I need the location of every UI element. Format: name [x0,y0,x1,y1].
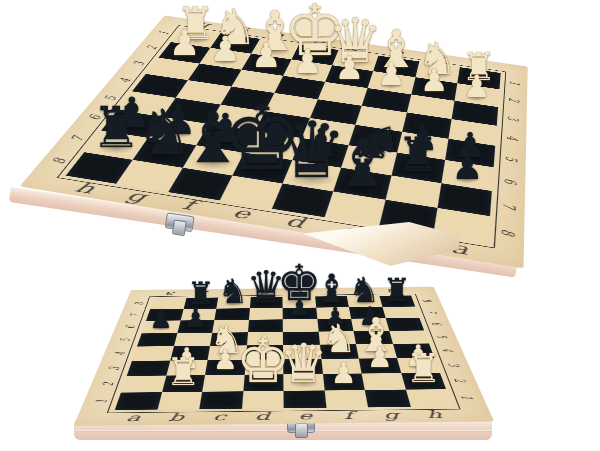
file-label-e: e [298,410,312,420]
file-label-far-f: f [326,289,333,295]
square-g6 [351,318,389,331]
square-h4 [392,343,434,357]
file-label-b: b [168,412,185,423]
square-c3 [205,360,245,376]
square-h8 [379,295,415,306]
square-e5 [283,331,320,345]
rank-label-5: 5 [502,155,518,162]
rank-label-6: 6 [501,178,518,185]
rank-label-6: 6 [429,322,443,325]
square-f6 [317,319,354,332]
rank-label-1: 1 [507,80,521,85]
square-e4 [283,345,321,360]
square-d4 [245,345,283,360]
rank-label-1: 1 [93,399,109,403]
rank-label-8: 8 [498,228,516,236]
rank-label-2: 2 [506,97,520,103]
square-a6 [142,320,181,333]
file-label-far-d: d [261,290,272,296]
rank-label-1: 1 [458,395,474,399]
rank-label-6: 6 [86,115,104,121]
square-f8 [315,296,349,307]
file-label-d: d [254,411,269,422]
square-c8 [216,297,250,308]
rank-label-4: 4 [503,135,518,141]
square-e1 [283,390,325,408]
square-d7 [249,308,283,320]
square-c2 [202,375,244,392]
rank-label-5: 5 [102,95,119,101]
square-e2 [283,374,324,391]
file-label-far-b: b [197,290,209,296]
rank-label-2: 2 [100,382,116,386]
square-f4 [319,344,358,359]
file-label-a: a [125,412,142,423]
rank-label-5: 5 [434,335,448,338]
file-label-far-c: c [393,49,407,58]
square-f2 [322,374,364,391]
rank-label-8: 8 [49,157,69,164]
rank-label-2: 2 [451,379,467,383]
product-photo-stage: hgfedcbahgfedcba1234567812345678 abcdefg… [0,0,600,451]
square-g1 [365,389,411,407]
square-g8 [347,296,382,307]
rank-label-5: 5 [118,338,132,341]
rank-label-7: 7 [128,314,141,317]
file-label-far-c: c [230,290,240,296]
rank-label-2: 2 [144,45,160,50]
rank-label-6: 6 [123,326,136,329]
rank-label-1: 1 [156,31,171,36]
square-e3 [283,359,322,375]
square-b5 [174,333,213,347]
file-label-far-g: g [356,289,368,295]
square-e7 [283,307,317,319]
square-c4 [208,345,247,360]
square-g3 [359,358,401,374]
square-h5 [389,330,429,344]
file-label-c: c [212,411,226,422]
square-a2 [121,376,166,393]
file-label-far-e: e [313,38,329,47]
square-a5 [137,333,177,347]
square-g2 [362,373,406,390]
square-d2 [243,374,284,391]
rank-label-8: 8 [132,302,145,305]
rank-label-4: 4 [117,78,134,84]
file-label-far-d: d [352,43,368,52]
rank-label-3: 3 [505,115,520,121]
square-g4 [356,344,396,359]
file-label-far-h: h [387,288,400,294]
square-b7 [180,308,216,320]
square-d1 [241,391,283,409]
file-label-g: g [382,410,400,420]
bottom-board: abcdefghabcdefgh8765432187654321 [105,167,461,451]
square-d5 [247,332,283,346]
square-h6 [385,318,424,331]
square-f3 [321,358,362,374]
file-label-h: h [71,180,98,196]
square-d8 [249,297,282,308]
square-c7 [214,308,249,320]
square-c1 [199,391,243,409]
square-f1 [324,390,368,408]
file-label-far-a: a [165,291,177,297]
square-h2 [401,373,446,390]
file-label-f: f [343,410,353,420]
rank-label-7: 7 [499,202,516,210]
rank-label-7: 7 [68,135,87,142]
square-d6 [248,319,283,332]
square-e8 [282,296,315,307]
square-a1 [115,392,162,410]
square-b2 [162,375,205,392]
board-squares [115,295,453,410]
rank-label-4: 4 [440,349,455,352]
file-label-far-h: h [196,22,214,31]
square-h7 [382,306,419,318]
square-g7 [349,307,385,319]
file-label-far-a: a [474,60,488,70]
rank-label-3: 3 [445,363,460,367]
file-label-h: h [425,409,444,419]
square-b8 [183,298,218,309]
rank-label-8: 8 [420,299,433,302]
square-b3 [166,360,208,376]
rank-label-3: 3 [106,367,121,371]
square-b1 [157,392,202,410]
square-h1 [405,389,452,407]
square-c5 [210,332,248,346]
square-f7 [316,307,351,319]
square-a8 [150,298,186,309]
square-b4 [170,346,210,361]
square-g5 [353,331,392,345]
file-label-far-g: g [234,27,252,36]
rank-label-3: 3 [131,61,147,66]
square-f5 [318,331,356,345]
square-a7 [146,309,183,321]
square-a4 [132,346,173,361]
file-label-far-f: f [276,33,288,41]
square-b6 [177,320,214,333]
square-c6 [212,320,248,333]
file-label-far-b: b [433,54,448,64]
square-d3 [244,359,283,375]
rank-label-7: 7 [425,311,438,314]
square-a3 [127,360,170,376]
board-plane: abcdefghabcdefgh8765432187654321 [74,287,495,426]
square-e6 [283,319,318,332]
file-label-far-e: e [293,289,304,295]
square-h3 [396,358,439,374]
rank-label-4: 4 [112,352,126,355]
